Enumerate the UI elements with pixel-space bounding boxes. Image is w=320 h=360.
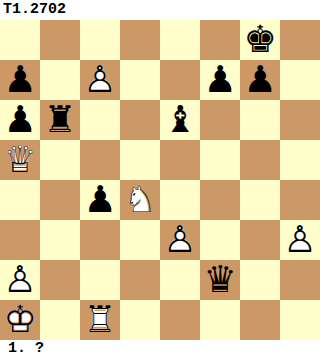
square-b1[interactable]	[40, 300, 80, 340]
piece-black-pawn: ♟	[0, 60, 40, 100]
square-d7[interactable]	[120, 60, 160, 100]
piece-glyph-fill: ♜	[40, 100, 80, 140]
square-e3[interactable]: ♟♙	[160, 220, 200, 260]
square-c1[interactable]: ♜♖	[80, 300, 120, 340]
square-g3[interactable]	[240, 220, 280, 260]
square-b8[interactable]	[40, 20, 80, 60]
square-f3[interactable]	[200, 220, 240, 260]
square-b5[interactable]	[40, 140, 80, 180]
piece-white-king: ♚♔	[0, 300, 40, 340]
piece-glyph-outline: ♘	[120, 180, 160, 220]
square-a6[interactable]: ♟	[0, 100, 40, 140]
square-a7[interactable]: ♟	[0, 60, 40, 100]
square-e6[interactable]: ♝	[160, 100, 200, 140]
square-f4[interactable]	[200, 180, 240, 220]
square-b6[interactable]: ♜	[40, 100, 80, 140]
piece-black-pawn: ♟	[80, 180, 120, 220]
square-g7[interactable]: ♟	[240, 60, 280, 100]
square-h7[interactable]	[280, 60, 320, 100]
square-c8[interactable]	[80, 20, 120, 60]
square-f7[interactable]: ♟	[200, 60, 240, 100]
piece-white-pawn: ♟♙	[160, 220, 200, 260]
piece-glyph-outline: ♕	[0, 140, 40, 180]
square-c7[interactable]: ♟♙	[80, 60, 120, 100]
move-prompt: 1. ?	[8, 340, 44, 357]
square-b4[interactable]	[40, 180, 80, 220]
piece-glyph-outline: ♙	[160, 220, 200, 260]
square-g8[interactable]: ♚	[240, 20, 280, 60]
piece-glyph-fill: ♚	[240, 20, 280, 60]
square-f6[interactable]	[200, 100, 240, 140]
square-c4[interactable]: ♟	[80, 180, 120, 220]
square-a3[interactable]	[0, 220, 40, 260]
square-a4[interactable]	[0, 180, 40, 220]
piece-black-pawn: ♟	[240, 60, 280, 100]
square-f5[interactable]	[200, 140, 240, 180]
square-h1[interactable]	[280, 300, 320, 340]
square-c5[interactable]	[80, 140, 120, 180]
square-e5[interactable]	[160, 140, 200, 180]
square-d2[interactable]	[120, 260, 160, 300]
square-c6[interactable]	[80, 100, 120, 140]
piece-glyph-outline: ♖	[80, 300, 120, 340]
square-d5[interactable]	[120, 140, 160, 180]
piece-white-pawn: ♟♙	[0, 260, 40, 300]
piece-black-pawn: ♟	[0, 100, 40, 140]
piece-glyph-outline: ♙	[0, 260, 40, 300]
piece-glyph-fill: ♟	[0, 60, 40, 100]
piece-glyph-outline: ♙	[280, 220, 320, 260]
diagram-title: T1.2702	[3, 1, 66, 18]
piece-white-pawn: ♟♙	[80, 60, 120, 100]
piece-glyph-outline: ♙	[80, 60, 120, 100]
square-d4[interactable]: ♞♘	[120, 180, 160, 220]
square-d3[interactable]	[120, 220, 160, 260]
square-b2[interactable]	[40, 260, 80, 300]
square-d1[interactable]	[120, 300, 160, 340]
square-d8[interactable]	[120, 20, 160, 60]
square-d6[interactable]	[120, 100, 160, 140]
square-a1[interactable]: ♚♔	[0, 300, 40, 340]
square-a5[interactable]: ♛♕	[0, 140, 40, 180]
square-g2[interactable]	[240, 260, 280, 300]
square-a2[interactable]: ♟♙	[0, 260, 40, 300]
square-b3[interactable]	[40, 220, 80, 260]
square-c2[interactable]	[80, 260, 120, 300]
square-e2[interactable]	[160, 260, 200, 300]
piece-white-queen: ♛♕	[0, 140, 40, 180]
square-g1[interactable]	[240, 300, 280, 340]
square-h2[interactable]	[280, 260, 320, 300]
square-g5[interactable]	[240, 140, 280, 180]
piece-black-king: ♚	[240, 20, 280, 60]
piece-glyph-outline: ♔	[0, 300, 40, 340]
square-e1[interactable]	[160, 300, 200, 340]
square-g6[interactable]	[240, 100, 280, 140]
piece-white-pawn: ♟♙	[280, 220, 320, 260]
piece-white-rook: ♜♖	[80, 300, 120, 340]
square-h4[interactable]	[280, 180, 320, 220]
square-e7[interactable]	[160, 60, 200, 100]
square-e8[interactable]	[160, 20, 200, 60]
piece-glyph-fill: ♝	[160, 100, 200, 140]
piece-white-knight: ♞♘	[120, 180, 160, 220]
piece-glyph-fill: ♟	[200, 60, 240, 100]
square-f1[interactable]	[200, 300, 240, 340]
chess-board: ♚♟♟♙♟♟♟♜♝♛♕♟♞♘♟♙♟♙♟♙♛♚♔♜♖	[0, 20, 320, 340]
piece-black-bishop: ♝	[160, 100, 200, 140]
square-f2[interactable]: ♛	[200, 260, 240, 300]
square-f8[interactable]	[200, 20, 240, 60]
piece-glyph-fill: ♛	[200, 260, 240, 300]
square-h6[interactable]	[280, 100, 320, 140]
square-e4[interactable]	[160, 180, 200, 220]
piece-glyph-fill: ♟	[80, 180, 120, 220]
square-g4[interactable]	[240, 180, 280, 220]
square-h8[interactable]	[280, 20, 320, 60]
square-c3[interactable]	[80, 220, 120, 260]
square-h5[interactable]	[280, 140, 320, 180]
piece-black-pawn: ♟	[200, 60, 240, 100]
piece-black-rook: ♜	[40, 100, 80, 140]
piece-black-queen: ♛	[200, 260, 240, 300]
piece-glyph-fill: ♟	[0, 100, 40, 140]
square-a8[interactable]	[0, 20, 40, 60]
square-b7[interactable]	[40, 60, 80, 100]
square-h3[interactable]: ♟♙	[280, 220, 320, 260]
piece-glyph-fill: ♟	[240, 60, 280, 100]
